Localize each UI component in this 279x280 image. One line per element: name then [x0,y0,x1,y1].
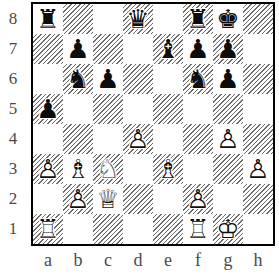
piece-glyph: ♝ [153,34,183,64]
black-knight: ♞♞ [63,64,93,94]
square-h5[interactable] [243,94,273,124]
piece-glyph: ♗ [63,154,93,184]
piece-glyph: ♙ [33,154,63,184]
piece-glyph: ♙ [213,124,243,154]
square-f1[interactable]: ♜♖ [183,214,213,244]
piece-glyph: ♛ [123,4,153,34]
piece-glyph: ♟ [183,34,213,64]
white-bishop: ♝♗ [153,154,183,184]
square-h2[interactable] [243,184,273,214]
piece-glyph: ♜ [183,4,213,34]
square-a4[interactable] [33,124,63,154]
piece-glyph: ♟ [213,64,243,94]
piece-glyph: ♙ [123,124,153,154]
piece-glyph: ♖ [33,214,63,244]
piece-glyph: ♟ [93,64,123,94]
square-h8[interactable] [243,4,273,34]
square-d1[interactable] [123,214,153,244]
square-d5[interactable] [123,94,153,124]
black-pawn: ♟♟ [93,64,123,94]
white-rook: ♜♖ [183,214,213,244]
square-c5[interactable] [93,94,123,124]
square-a8[interactable]: ♜♜ [33,4,63,34]
black-pawn: ♟♟ [213,34,243,64]
white-pawn: ♟♙ [243,154,273,184]
white-pawn: ♟♙ [213,124,243,154]
rank-labels: 87654321 [0,4,26,244]
square-d8[interactable]: ♛♛ [123,4,153,34]
square-e4[interactable] [153,124,183,154]
black-pawn: ♟♟ [63,34,93,64]
square-h4[interactable] [243,124,273,154]
square-g6[interactable]: ♟♟ [213,64,243,94]
white-knight: ♞♘ [93,154,123,184]
white-pawn: ♟♙ [33,154,63,184]
piece-glyph: ♙ [183,184,213,214]
rank-label-5: 5 [0,94,26,124]
square-a1[interactable]: ♜♖ [33,214,63,244]
piece-glyph: ♘ [93,154,123,184]
square-c1[interactable] [93,214,123,244]
square-d7[interactable] [123,34,153,64]
square-f8[interactable]: ♜♜ [183,4,213,34]
piece-glyph: ♞ [63,64,93,94]
square-b3[interactable]: ♝♗ [63,154,93,184]
piece-glyph: ♞ [183,64,213,94]
square-g4[interactable]: ♟♙ [213,124,243,154]
square-e5[interactable] [153,94,183,124]
square-b5[interactable] [63,94,93,124]
square-h1[interactable] [243,214,273,244]
square-a2[interactable] [33,184,63,214]
black-pawn: ♟♟ [213,64,243,94]
black-pawn: ♟♟ [183,34,213,64]
black-rook: ♜♜ [33,4,63,34]
black-rook: ♜♜ [183,4,213,34]
rank-label-8: 8 [0,4,26,34]
white-rook: ♜♖ [33,214,63,244]
piece-glyph: ♖ [183,214,213,244]
square-g3[interactable] [213,154,243,184]
file-label-h: h [243,248,273,272]
square-g7[interactable]: ♟♟ [213,34,243,64]
piece-glyph: ♗ [153,154,183,184]
square-b8[interactable] [63,4,93,34]
square-d6[interactable] [123,64,153,94]
rank-label-4: 4 [0,124,26,154]
piece-glyph: ♔ [213,214,243,244]
square-b2[interactable]: ♟♙ [63,184,93,214]
piece-glyph: ♙ [63,184,93,214]
piece-glyph: ♙ [243,154,273,184]
square-d4[interactable]: ♟♙ [123,124,153,154]
square-d3[interactable] [123,154,153,184]
piece-glyph: ♟ [33,94,63,124]
square-f7[interactable]: ♟♟ [183,34,213,64]
file-label-c: c [93,248,123,272]
white-pawn: ♟♙ [123,124,153,154]
square-a6[interactable] [33,64,63,94]
rank-label-6: 6 [0,64,26,94]
rank-label-1: 1 [0,214,26,244]
square-c6[interactable]: ♟♟ [93,64,123,94]
black-king: ♚♚ [213,4,243,34]
square-e2[interactable] [153,184,183,214]
square-e3[interactable]: ♝♗ [153,154,183,184]
square-d2[interactable] [123,184,153,214]
file-label-f: f [183,248,213,272]
piece-glyph: ♜ [33,4,63,34]
black-knight: ♞♞ [183,64,213,94]
file-label-e: e [153,248,183,272]
square-g5[interactable] [213,94,243,124]
square-b7[interactable]: ♟♟ [63,34,93,64]
rank-label-2: 2 [0,184,26,214]
square-b6[interactable]: ♞♞ [63,64,93,94]
square-g1[interactable]: ♚♔ [213,214,243,244]
square-b1[interactable] [63,214,93,244]
white-king: ♚♔ [213,214,243,244]
square-e7[interactable]: ♝♝ [153,34,183,64]
rank-label-3: 3 [0,154,26,184]
file-label-a: a [33,248,63,272]
square-f5[interactable] [183,94,213,124]
square-b4[interactable] [63,124,93,154]
square-a3[interactable]: ♟♙ [33,154,63,184]
white-queen: ♛♕ [93,184,123,214]
square-c7[interactable] [93,34,123,64]
square-g8[interactable]: ♚♚ [213,4,243,34]
white-pawn: ♟♙ [183,184,213,214]
square-c2[interactable]: ♛♕ [93,184,123,214]
square-g2[interactable] [213,184,243,214]
square-a5[interactable]: ♟♟ [33,94,63,124]
square-h7[interactable] [243,34,273,64]
black-bishop: ♝♝ [153,34,183,64]
square-h6[interactable] [243,64,273,94]
black-pawn: ♟♟ [33,94,63,124]
white-bishop: ♝♗ [63,154,93,184]
file-label-d: d [123,248,153,272]
square-e6[interactable] [153,64,183,94]
square-e1[interactable] [153,214,183,244]
square-e8[interactable] [153,4,183,34]
chess-board: ♜♜♛♛♜♜♚♚♟♟♝♝♟♟♟♟♞♞♟♟♞♞♟♟♟♟♟♙♟♙♟♙♝♗♞♘♝♗♟♙… [31,2,275,246]
file-label-b: b [63,248,93,272]
square-f3[interactable] [183,154,213,184]
black-queen: ♛♛ [123,4,153,34]
chess-diagram: 87654321 ♜♜♛♛♜♜♚♚♟♟♝♝♟♟♟♟♞♞♟♟♞♞♟♟♟♟♟♙♟♙♟… [0,0,279,280]
square-f2[interactable]: ♟♙ [183,184,213,214]
square-c3[interactable]: ♞♘ [93,154,123,184]
white-pawn: ♟♙ [63,184,93,214]
file-labels: abcdefgh [33,248,273,272]
rank-label-7: 7 [0,34,26,64]
square-f4[interactable] [183,124,213,154]
piece-glyph: ♟ [213,34,243,64]
square-h3[interactable]: ♟♙ [243,154,273,184]
file-label-g: g [213,248,243,272]
square-c8[interactable] [93,4,123,34]
square-f6[interactable]: ♞♞ [183,64,213,94]
piece-glyph: ♟ [63,34,93,64]
square-a7[interactable] [33,34,63,64]
piece-glyph: ♚ [213,4,243,34]
piece-glyph: ♕ [93,184,123,214]
square-c4[interactable] [93,124,123,154]
